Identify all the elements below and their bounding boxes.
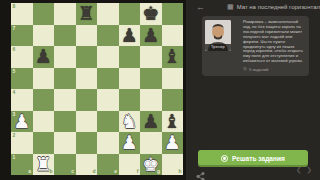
- panel-topbar: ← ▦ Мат на последней горизонтали: [186, 0, 320, 14]
- square-f8[interactable]: [119, 3, 141, 25]
- square-c1[interactable]: c: [54, 154, 76, 176]
- file-label-g: g: [157, 169, 160, 174]
- square-h4[interactable]: [162, 89, 184, 111]
- square-h6[interactable]: ♝: [162, 46, 184, 68]
- square-a7[interactable]: 7: [11, 25, 33, 47]
- piece-black-king-g8[interactable]: ♚: [142, 3, 159, 25]
- piece-black-pawn-g3[interactable]: ♟: [142, 111, 159, 133]
- piece-white-pawn-h2[interactable]: ♟: [164, 132, 181, 154]
- square-d5[interactable]: [76, 68, 98, 90]
- piece-black-rook-d8[interactable]: ♜: [78, 3, 95, 25]
- next-move-icon[interactable]: ❯: [307, 166, 312, 174]
- square-c6[interactable]: [54, 46, 76, 68]
- rank-label-8: 8: [13, 4, 16, 9]
- rank-label-3: 3: [13, 112, 16, 117]
- target-icon: ◎: [243, 67, 247, 72]
- file-label-c: c: [71, 169, 74, 174]
- share-icon[interactable]: [196, 167, 205, 180]
- square-a1[interactable]: 1a: [11, 154, 33, 176]
- square-b4[interactable]: [33, 89, 55, 111]
- square-e1[interactable]: e: [97, 154, 119, 176]
- file-label-a: a: [28, 169, 31, 174]
- square-d7[interactable]: [76, 25, 98, 47]
- square-f1[interactable]: f: [119, 154, 141, 176]
- move-nav-group: ❮ ❯: [296, 166, 312, 174]
- prev-move-icon[interactable]: ❮: [296, 166, 301, 174]
- drill-target-icon: [221, 155, 228, 162]
- square-g8[interactable]: ♚: [140, 3, 162, 25]
- square-h5[interactable]: [162, 68, 184, 90]
- square-b6[interactable]: ♟: [33, 46, 55, 68]
- square-b7[interactable]: [33, 25, 55, 47]
- square-f4[interactable]: [119, 89, 141, 111]
- file-label-e: e: [114, 169, 117, 174]
- square-f3[interactable]: ♞: [119, 111, 141, 133]
- file-label-d: d: [92, 169, 95, 174]
- lesson-title-group: ▦ Мат на последней горизонтали: [227, 4, 320, 11]
- coach-message: Рокировка – замечательный ход, но без за…: [243, 20, 307, 72]
- solve-challenges-label: Решать задания: [232, 155, 285, 163]
- square-b5[interactable]: [33, 68, 55, 90]
- square-e7[interactable]: [97, 25, 119, 47]
- square-a6[interactable]: 6: [11, 46, 33, 68]
- piece-black-bishop-h6[interactable]: ♝: [164, 46, 181, 68]
- lesson-description: Рокировка – замечательный ход, но без за…: [243, 20, 307, 64]
- file-label-h: h: [178, 169, 181, 174]
- challenges-count: 5 заданий: [249, 67, 269, 72]
- square-f2[interactable]: ♟: [119, 132, 141, 154]
- challenges-row: ◎ 5 заданий: [243, 67, 307, 72]
- square-d3[interactable]: [76, 111, 98, 133]
- square-d2[interactable]: [76, 132, 98, 154]
- square-c8[interactable]: [54, 3, 76, 25]
- square-g7[interactable]: ♟: [140, 25, 162, 47]
- square-a8[interactable]: 8: [11, 3, 33, 25]
- square-b3[interactable]: [33, 111, 55, 133]
- square-e2[interactable]: [97, 132, 119, 154]
- sidebar-panel: ← ▦ Мат на последней горизонтали Тренер …: [186, 0, 320, 180]
- coach-card: Тренер Рокировка – замечательный ход, но…: [202, 16, 309, 76]
- piece-black-pawn-g7[interactable]: ♟: [142, 25, 159, 47]
- rank-label-2: 2: [13, 133, 16, 138]
- piece-white-pawn-a3[interactable]: ♟: [13, 111, 30, 133]
- piece-black-pawn-b6[interactable]: ♟: [35, 46, 52, 68]
- square-e4[interactable]: [97, 89, 119, 111]
- square-g5[interactable]: [140, 68, 162, 90]
- piece-white-knight-f3[interactable]: ♞: [121, 111, 138, 133]
- square-e6[interactable]: [97, 46, 119, 68]
- square-a3[interactable]: 3♟: [11, 111, 33, 133]
- square-b8[interactable]: [33, 3, 55, 25]
- chess-board[interactable]: 8♜♚7♟♟6♟♝543♟♞♟♝2♟♟1ab♜cdefg♚h: [11, 3, 183, 175]
- square-c3[interactable]: [54, 111, 76, 133]
- square-b2[interactable]: [33, 132, 55, 154]
- square-g2[interactable]: [140, 132, 162, 154]
- file-label-f: f: [137, 169, 139, 174]
- solve-challenges-button[interactable]: Решать задания: [198, 150, 308, 167]
- square-c7[interactable]: [54, 25, 76, 47]
- square-e5[interactable]: [97, 68, 119, 90]
- square-e3[interactable]: [97, 111, 119, 133]
- square-f6[interactable]: [119, 46, 141, 68]
- square-c4[interactable]: [54, 89, 76, 111]
- coach-name-badge: Тренер: [205, 44, 231, 51]
- lesson-board-icon: ▦: [227, 4, 234, 11]
- rank-label-6: 6: [13, 47, 16, 52]
- square-d8[interactable]: ♜: [76, 3, 98, 25]
- square-h1[interactable]: h: [162, 154, 184, 176]
- square-h7[interactable]: [162, 25, 184, 47]
- square-c5[interactable]: [54, 68, 76, 90]
- square-f7[interactable]: ♟: [119, 25, 141, 47]
- square-h2[interactable]: ♟: [162, 132, 184, 154]
- square-d4[interactable]: [76, 89, 98, 111]
- square-h3[interactable]: ♝: [162, 111, 184, 133]
- piece-black-bishop-h3[interactable]: ♝: [164, 111, 181, 133]
- square-a5[interactable]: 5: [11, 68, 33, 90]
- piece-white-pawn-f2[interactable]: ♟: [121, 132, 138, 154]
- square-g6[interactable]: [140, 46, 162, 68]
- square-h8[interactable]: [162, 3, 184, 25]
- square-a4[interactable]: 4: [11, 89, 33, 111]
- file-label-b: b: [49, 169, 52, 174]
- rank-label-4: 4: [13, 90, 16, 95]
- lesson-title: Мат на последней горизонтали: [237, 4, 320, 11]
- square-c2[interactable]: [54, 132, 76, 154]
- square-d1[interactable]: d: [76, 154, 98, 176]
- rank-label-5: 5: [13, 69, 16, 74]
- piece-black-pawn-f7[interactable]: ♟: [121, 25, 138, 47]
- rank-label-7: 7: [13, 26, 16, 31]
- square-b1[interactable]: b♜: [33, 154, 55, 176]
- square-e8[interactable]: [97, 3, 119, 25]
- coach-avatar: Тренер: [205, 20, 231, 51]
- square-g1[interactable]: g♚: [140, 154, 162, 176]
- rank-label-1: 1: [13, 155, 16, 160]
- lesson-screen: 8♜♚7♟♟6♟♝543♟♞♟♝2♟♟1ab♜cdefg♚h ← ▦ Мат н…: [0, 0, 320, 180]
- square-g3[interactable]: ♟: [140, 111, 162, 133]
- square-d6[interactable]: [76, 46, 98, 68]
- square-f5[interactable]: [119, 68, 141, 90]
- back-arrow-icon[interactable]: ←: [196, 3, 205, 12]
- square-a2[interactable]: 2: [11, 132, 33, 154]
- square-g4[interactable]: [140, 89, 162, 111]
